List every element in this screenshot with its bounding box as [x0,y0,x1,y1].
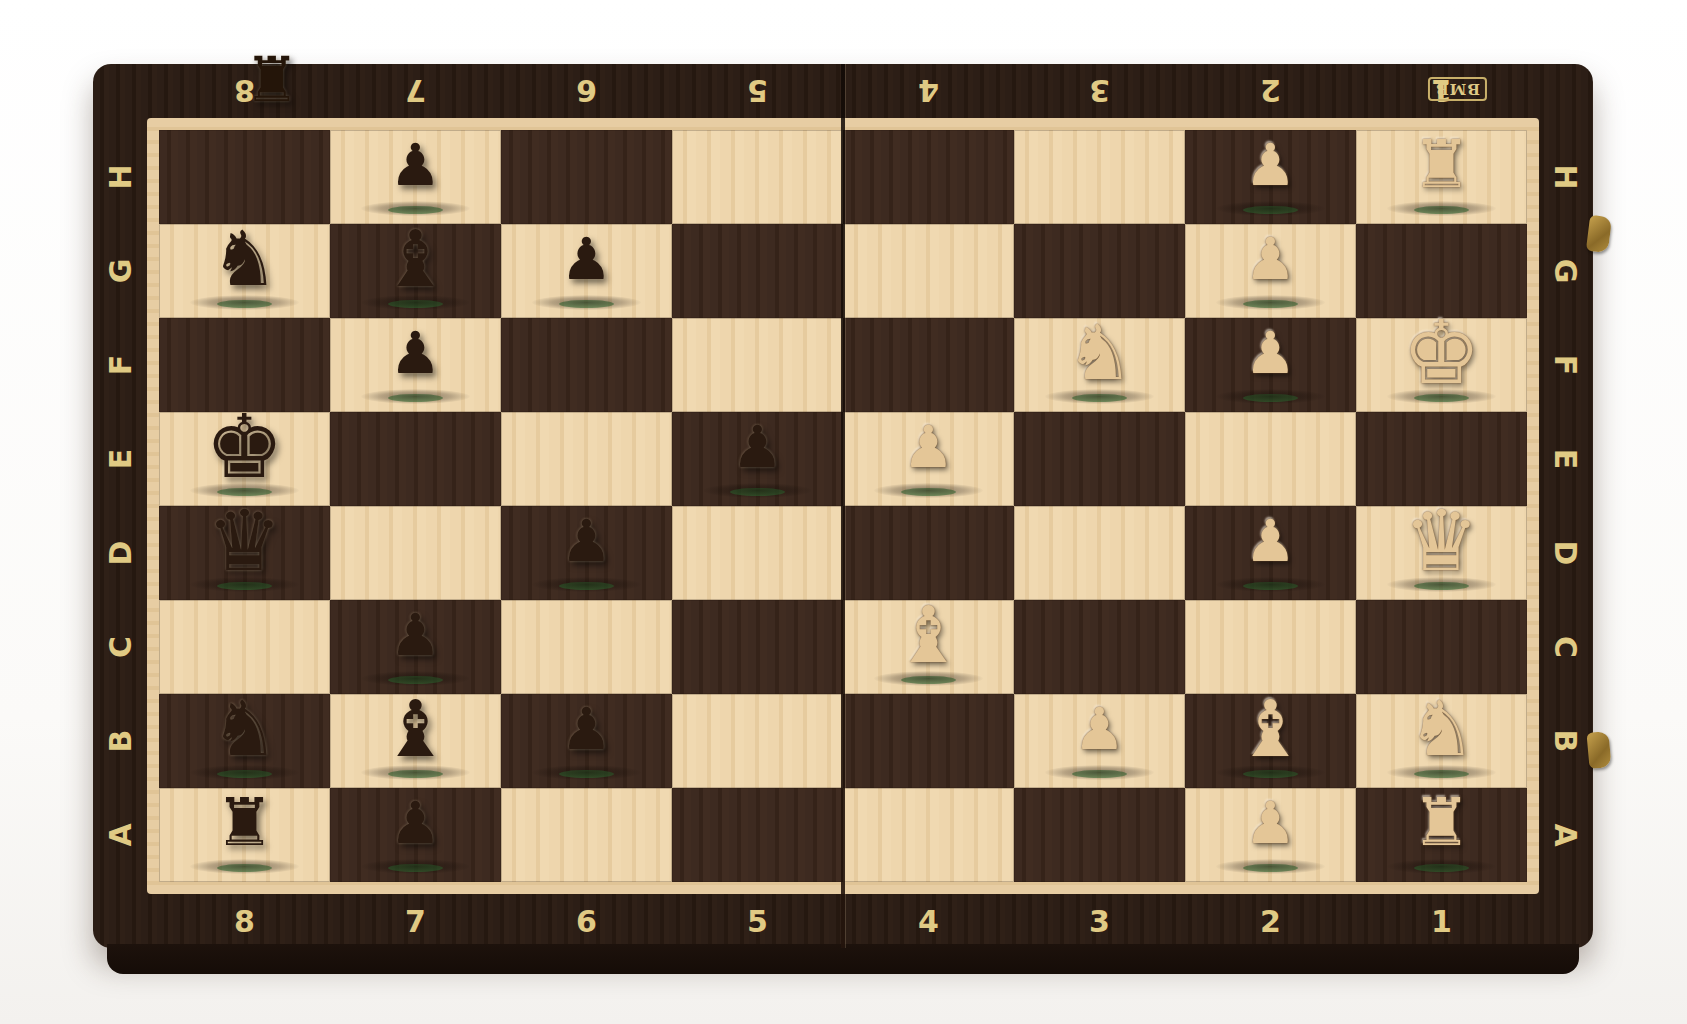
square-e6[interactable] [501,412,672,506]
piece-shadow [190,859,299,874]
square-a6[interactable] [501,788,672,882]
black-king-e8[interactable]: ♚ [205,403,284,491]
white-pawn-d2[interactable]: ♟ [1245,512,1297,570]
bottom-label-2: 2 [1185,894,1356,948]
square-b4[interactable] [843,694,1014,788]
white-rook-h1[interactable]: ♜ [1412,132,1471,198]
bottom-label-4: 4 [843,894,1014,948]
square-a2[interactable]: ♟ [1185,788,1356,882]
square-d5[interactable] [672,506,843,600]
right-label-E: E [1519,432,1613,486]
top-label-7: 7 [330,64,501,118]
square-g4[interactable] [843,224,1014,318]
left-label-A: A [73,808,167,862]
square-d7[interactable] [330,506,501,600]
square-g7[interactable]: ♝ [330,224,501,318]
square-b5[interactable] [672,694,843,788]
square-e3[interactable] [1014,412,1185,506]
fold-seam [841,64,845,948]
piece-shadow [532,577,641,592]
piece-shadow [703,483,812,498]
piece-shadow [532,765,641,780]
white-bishop-b2[interactable]: ♝ [1236,690,1306,768]
black-pawn-g6[interactable]: ♟ [561,230,613,288]
piece-shadow [361,859,470,874]
square-d6[interactable]: ♟ [501,506,672,600]
square-h4[interactable] [843,130,1014,224]
square-g2[interactable]: ♟ [1185,224,1356,318]
right-label-F: F [1519,338,1613,392]
piece-shadow [1216,389,1325,404]
bottom-label-8: 8 [159,894,330,948]
white-pawn-b3[interactable]: ♟ [1074,700,1126,758]
square-g8[interactable]: ♞ [159,224,330,318]
black-pawn-f7[interactable]: ♟ [390,324,442,382]
left-labels: HGFEDCBA [93,130,147,882]
square-d1[interactable]: ♛ [1356,506,1527,600]
white-queen-d1[interactable]: ♛ [1404,499,1479,583]
bottom-label-5: 5 [672,894,843,948]
square-a5[interactable] [672,788,843,882]
black-pawn-a7[interactable]: ♟ [390,794,442,852]
white-pawn-g2[interactable]: ♟ [1245,230,1297,288]
square-h1[interactable]: ♜ [1356,130,1527,224]
left-label-H: H [73,150,167,204]
square-h7[interactable]: ♟ [330,130,501,224]
square-f4[interactable] [843,318,1014,412]
top-label-4: 4 [843,64,1014,118]
square-a1[interactable]: ♜ [1356,788,1527,882]
square-c1[interactable] [1356,600,1527,694]
brass-clasp-icon [1586,731,1611,769]
piece-shadow [1045,765,1154,780]
right-label-G: G [1519,244,1613,298]
square-g5[interactable] [672,224,843,318]
square-f5[interactable] [672,318,843,412]
white-pawn-e4[interactable]: ♟ [903,418,955,476]
piece-shadow [1387,859,1496,874]
square-c2[interactable] [1185,600,1356,694]
square-d4[interactable] [843,506,1014,600]
square-d8[interactable]: ♛ [159,506,330,600]
black-queen-d8[interactable]: ♛ [207,499,282,583]
white-pawn-f2[interactable]: ♟ [1245,324,1297,382]
square-e4[interactable]: ♟ [843,412,1014,506]
square-g6[interactable]: ♟ [501,224,672,318]
offboard-black-rook-piece[interactable]: ♜ [244,49,300,111]
white-bishop-c4[interactable]: ♝ [894,596,964,674]
square-f1[interactable]: ♚ [1356,318,1527,412]
top-label-2: 2 [1185,64,1356,118]
left-label-E: E [73,432,167,486]
white-knight-f3[interactable]: ♞ [1065,315,1133,391]
right-label-C: C [1519,620,1613,674]
square-f7[interactable]: ♟ [330,318,501,412]
left-label-F: F [73,338,167,392]
square-b7[interactable]: ♝ [330,694,501,788]
piece-shadow [1216,577,1325,592]
bmb-logo: BMB [1428,77,1487,101]
square-a7[interactable]: ♟ [330,788,501,882]
square-b8[interactable]: ♞ [159,694,330,788]
photo-stage: 87654321 87654321 HGFEDCBA HGFEDCBA ♟♟♜♞… [0,0,1687,1024]
square-f6[interactable] [501,318,672,412]
top-label-6: 6 [501,64,672,118]
piece-shadow [1216,295,1325,310]
square-h6[interactable] [501,130,672,224]
black-bishop-g7[interactable]: ♝ [381,220,451,298]
square-e5[interactable]: ♟ [672,412,843,506]
square-a4[interactable] [843,788,1014,882]
square-h3[interactable] [1014,130,1185,224]
square-h5[interactable] [672,130,843,224]
square-f2[interactable]: ♟ [1185,318,1356,412]
square-c8[interactable] [159,600,330,694]
square-h2[interactable]: ♟ [1185,130,1356,224]
square-c6[interactable] [501,600,672,694]
top-label-5: 5 [672,64,843,118]
top-label-3: 3 [1014,64,1185,118]
left-label-D: D [73,526,167,580]
black-pawn-h7[interactable]: ♟ [390,136,442,194]
black-pawn-c7[interactable]: ♟ [390,606,442,664]
square-c4[interactable]: ♝ [843,600,1014,694]
right-label-H: H [1519,150,1613,204]
square-a3[interactable] [1014,788,1185,882]
piece-shadow [1216,201,1325,216]
square-c5[interactable] [672,600,843,694]
black-knight-g8[interactable]: ♞ [210,221,278,297]
bottom-label-7: 7 [330,894,501,948]
square-g3[interactable] [1014,224,1185,318]
bottom-label-1: 1 [1356,894,1527,948]
piece-shadow [361,389,470,404]
piece-shadow [874,483,983,498]
white-pawn-h2[interactable]: ♟ [1245,136,1297,194]
left-label-G: G [73,244,167,298]
square-a8[interactable]: ♜ [159,788,330,882]
right-label-A: A [1519,808,1613,862]
black-bishop-b7[interactable]: ♝ [381,690,451,768]
white-rook-a1[interactable]: ♜ [1412,790,1471,856]
black-pawn-d6[interactable]: ♟ [561,512,613,570]
white-knight-b1[interactable]: ♞ [1407,691,1475,767]
black-rook-a8[interactable]: ♜ [215,790,274,856]
square-e2[interactable] [1185,412,1356,506]
white-king-f1[interactable]: ♚ [1402,309,1481,397]
square-b2[interactable]: ♝ [1185,694,1356,788]
chess-board: 87654321 87654321 HGFEDCBA HGFEDCBA ♟♟♜♞… [93,64,1593,948]
right-labels: HGFEDCBA [1539,130,1593,882]
square-d3[interactable] [1014,506,1185,600]
square-b3[interactable]: ♟ [1014,694,1185,788]
board-box-side [107,944,1579,974]
left-label-B: B [73,714,167,768]
square-e7[interactable] [330,412,501,506]
right-label-D: D [1519,526,1613,580]
black-pawn-e5[interactable]: ♟ [732,418,784,476]
square-d2[interactable]: ♟ [1185,506,1356,600]
white-pawn-a2[interactable]: ♟ [1245,794,1297,852]
square-b1[interactable]: ♞ [1356,694,1527,788]
piece-shadow [532,295,641,310]
black-knight-b8[interactable]: ♞ [210,691,278,767]
square-c7[interactable]: ♟ [330,600,501,694]
square-c3[interactable] [1014,600,1185,694]
bottom-label-3: 3 [1014,894,1185,948]
square-f3[interactable]: ♞ [1014,318,1185,412]
square-b6[interactable]: ♟ [501,694,672,788]
bottom-label-6: 6 [501,894,672,948]
piece-shadow [1387,201,1496,216]
black-pawn-b6[interactable]: ♟ [561,700,613,758]
piece-shadow [1216,859,1325,874]
left-label-C: C [73,620,167,674]
square-h8[interactable] [159,130,330,224]
